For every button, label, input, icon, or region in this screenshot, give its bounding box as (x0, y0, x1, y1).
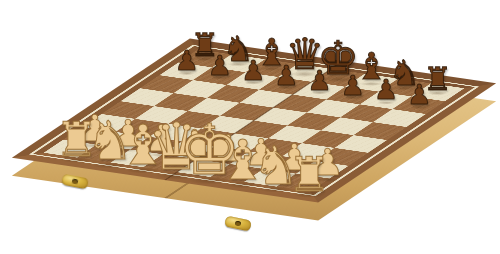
piece-black-pawn[interactable]: ♟ (208, 52, 233, 79)
piece-black-pawn[interactable]: ♟ (274, 62, 299, 89)
piece-black-pawn[interactable]: ♟ (341, 72, 366, 99)
piece-black-pawn[interactable]: ♟ (407, 82, 432, 109)
piece-black-pawn[interactable]: ♟ (174, 48, 199, 75)
piece-black-pawn[interactable]: ♟ (374, 77, 399, 104)
clasp-keyhole-icon (235, 220, 242, 226)
brass-clasp-icon (224, 216, 252, 232)
piece-black-pawn[interactable]: ♟ (307, 67, 332, 94)
piece-black-pawn[interactable]: ♟ (241, 57, 266, 84)
piece-white-rook[interactable]: ♜ (288, 149, 331, 197)
clasp-keyhole-icon (72, 178, 79, 184)
chess-set-photo: ♜♞♝♛♚♝♞♜♟♟♟♟♟♟♟♟♟♟♟♟♟♟♟♟♜♞♝♛♚♝♞♜ (0, 0, 500, 254)
